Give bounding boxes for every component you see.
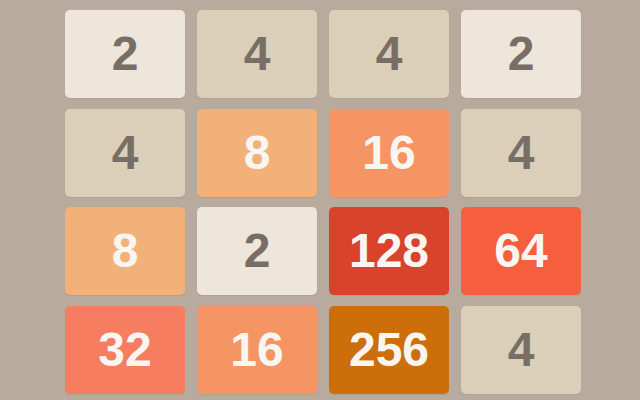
tile-r2c1: 4 — [65, 109, 185, 197]
tile-r3c1: 8 — [65, 207, 185, 295]
tile-r1c4: 2 — [461, 10, 581, 98]
tile-r4c4: 4 — [461, 306, 581, 394]
tile-r1c2: 4 — [197, 10, 317, 98]
tile-r3c4: 64 — [461, 207, 581, 295]
tile-r4c2: 16 — [197, 306, 317, 394]
tile-r1c1: 2 — [65, 10, 185, 98]
2048-board[interactable]: 2 4 4 2 4 8 16 4 8 2 128 64 32 16 256 4 — [65, 10, 581, 394]
tile-r3c3: 128 — [329, 207, 449, 295]
tile-r1c3: 4 — [329, 10, 449, 98]
tile-r2c4: 4 — [461, 109, 581, 197]
tile-r4c3: 256 — [329, 306, 449, 394]
tile-r4c1: 32 — [65, 306, 185, 394]
tile-r3c2: 2 — [197, 207, 317, 295]
tile-r2c3: 16 — [329, 109, 449, 197]
2048-game-screen: 2 4 4 2 4 8 16 4 8 2 128 64 32 16 256 4 — [0, 0, 640, 400]
tile-r2c2: 8 — [197, 109, 317, 197]
